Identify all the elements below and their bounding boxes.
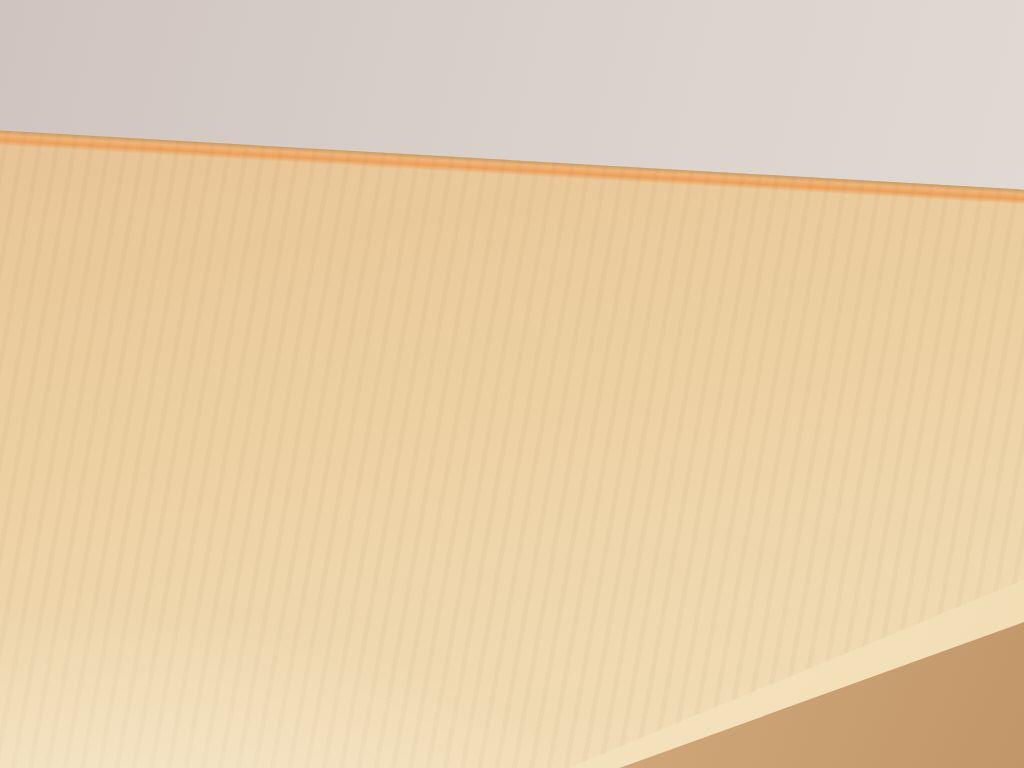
ludo-board-photo [0, 0, 1024, 768]
foreground-layer [0, 0, 1024, 768]
